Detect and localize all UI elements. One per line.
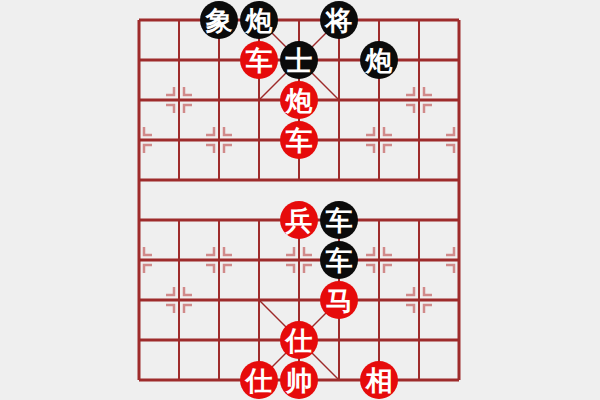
red-advisor[interactable]: 仕 bbox=[280, 321, 318, 359]
red-general[interactable]: 帅 bbox=[280, 361, 318, 399]
black-cannon[interactable]: 炮 bbox=[240, 1, 278, 39]
black-advisor[interactable]: 士 bbox=[280, 41, 318, 79]
xiangqi-screen: 象炮将车士炮炮车兵车车马仕仕帅相 bbox=[0, 0, 600, 400]
red-horse[interactable]: 马 bbox=[320, 281, 358, 319]
red-chariot[interactable]: 车 bbox=[240, 41, 278, 79]
black-cannon[interactable]: 炮 bbox=[360, 41, 398, 79]
pieces-grid: 象炮将车士炮炮车兵车车马仕仕帅相 bbox=[119, 0, 479, 400]
red-advisor[interactable]: 仕 bbox=[240, 361, 278, 399]
red-chariot[interactable]: 车 bbox=[280, 121, 318, 159]
black-chariot[interactable]: 车 bbox=[320, 241, 358, 279]
black-general[interactable]: 将 bbox=[320, 1, 358, 39]
red-cannon[interactable]: 炮 bbox=[280, 81, 318, 119]
black-elephant[interactable]: 象 bbox=[200, 1, 238, 39]
black-chariot[interactable]: 车 bbox=[320, 201, 358, 239]
red-elephant[interactable]: 相 bbox=[360, 361, 398, 399]
red-soldier[interactable]: 兵 bbox=[280, 201, 318, 239]
